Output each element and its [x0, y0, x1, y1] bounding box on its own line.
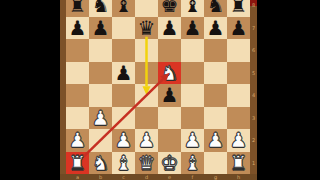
- white-queen-d1: ♛: [135, 152, 158, 175]
- board-border-right: 87654321: [250, 0, 257, 180]
- rank-label-7: 7: [250, 25, 257, 31]
- square-f2: ♟: [181, 129, 204, 152]
- square-d5: [135, 62, 158, 85]
- black-pawn-e4: ♟: [158, 84, 181, 107]
- square-b3: ♟: [89, 107, 112, 130]
- file-label-d: d: [135, 174, 158, 180]
- square-c3: [112, 107, 135, 130]
- square-e3: [158, 107, 181, 130]
- white-pawn-g2: ♟: [204, 129, 227, 152]
- square-e6: [158, 39, 181, 62]
- black-pawn-a7: ♟: [66, 17, 89, 40]
- white-bishop-f1: ♝: [181, 152, 204, 175]
- white-pawn-h2: ♟: [227, 129, 250, 152]
- black-pawn-c5: ♟: [112, 62, 135, 85]
- square-f5: [181, 62, 204, 85]
- square-b1: ♞: [89, 152, 112, 175]
- file-label-c: c: [112, 174, 135, 180]
- square-c1: ♝: [112, 152, 135, 175]
- square-f4: [181, 84, 204, 107]
- file-label-h: h: [227, 174, 250, 180]
- square-d8: [135, 0, 158, 17]
- square-f6: [181, 39, 204, 62]
- square-e2: [158, 129, 181, 152]
- white-pawn-f2: ♟: [181, 129, 204, 152]
- board-border-bottom: abcdefgh: [60, 174, 257, 180]
- black-knight-b8: ♞: [89, 0, 112, 17]
- file-label-b: b: [89, 174, 112, 180]
- square-g6: [204, 39, 227, 62]
- black-pawn-h7: ♟: [227, 17, 250, 40]
- square-d6: [135, 39, 158, 62]
- square-f8: ♝: [181, 0, 204, 17]
- rank-label-8: 8: [250, 2, 257, 8]
- white-rook-h1: ♜: [227, 152, 250, 175]
- square-a8: ♜: [66, 0, 89, 17]
- square-e4: ♟: [158, 84, 181, 107]
- black-queen-d7: ♛: [135, 17, 158, 40]
- square-a5: [66, 62, 89, 85]
- square-f3: [181, 107, 204, 130]
- white-knight-b1: ♞: [89, 152, 112, 175]
- rank-label-2: 2: [250, 137, 257, 143]
- square-a1: ♜: [66, 152, 89, 175]
- square-g8: ♞: [204, 0, 227, 17]
- square-b2: [89, 129, 112, 152]
- square-h7: ♟: [227, 17, 250, 40]
- square-a7: ♟: [66, 17, 89, 40]
- square-e7: ♟: [158, 17, 181, 40]
- square-h6: [227, 39, 250, 62]
- black-pawn-g7: ♟: [204, 17, 227, 40]
- square-c6: [112, 39, 135, 62]
- square-b7: ♟: [89, 17, 112, 40]
- square-d2: ♟: [135, 129, 158, 152]
- square-g4: [204, 84, 227, 107]
- square-b6: [89, 39, 112, 62]
- square-d4: [135, 84, 158, 107]
- black-rook-h8: ♜: [227, 0, 250, 17]
- square-h5: [227, 62, 250, 85]
- file-label-g: g: [204, 174, 227, 180]
- rank-label-3: 3: [250, 115, 257, 121]
- square-c5: ♟: [112, 62, 135, 85]
- rank-label-4: 4: [250, 92, 257, 98]
- rank-label-6: 6: [250, 47, 257, 53]
- white-king-e1: ♚: [158, 152, 181, 175]
- square-g2: ♟: [204, 129, 227, 152]
- square-h3: [227, 107, 250, 130]
- file-label-a: a: [66, 174, 89, 180]
- square-a2: ♟: [66, 129, 89, 152]
- square-a4: [66, 84, 89, 107]
- square-h1: ♜: [227, 152, 250, 175]
- white-rook-a1: ♜: [66, 152, 89, 175]
- square-b8: ♞: [89, 0, 112, 17]
- square-c8: ♝: [112, 0, 135, 17]
- square-d1: ♛: [135, 152, 158, 175]
- square-b5: [89, 62, 112, 85]
- square-d7: ♛: [135, 17, 158, 40]
- square-b4: [89, 84, 112, 107]
- square-h2: ♟: [227, 129, 250, 152]
- black-pawn-b7: ♟: [89, 17, 112, 40]
- black-king-e8: ♚: [158, 0, 181, 17]
- black-knight-g8: ♞: [204, 0, 227, 17]
- square-a6: [66, 39, 89, 62]
- rank-label-1: 1: [250, 160, 257, 166]
- white-knight-e5: ♞: [158, 62, 181, 85]
- white-pawn-d2: ♟: [135, 129, 158, 152]
- white-pawn-c2: ♟: [112, 129, 135, 152]
- square-a3: [66, 107, 89, 130]
- square-d3: [135, 107, 158, 130]
- chess-thumbnail-stage: ♜♞♝♚♝♞♜♟♟♛♟♟♟♟♟♞♟♟♟♟♟♟♟♟♜♞♝♛♚♝♜ 87654321…: [0, 0, 320, 180]
- square-h4: [227, 84, 250, 107]
- square-e5: ♞: [158, 62, 181, 85]
- square-f7: ♟: [181, 17, 204, 40]
- black-bishop-f8: ♝: [181, 0, 204, 17]
- white-pawn-a2: ♟: [66, 129, 89, 152]
- file-label-f: f: [181, 174, 204, 180]
- rank-label-5: 5: [250, 70, 257, 76]
- black-pawn-f7: ♟: [181, 17, 204, 40]
- square-c7: [112, 17, 135, 40]
- chess-board: ♜♞♝♚♝♞♜♟♟♛♟♟♟♟♟♞♟♟♟♟♟♟♟♟♜♞♝♛♚♝♜: [66, 0, 250, 174]
- black-bishop-c8: ♝: [112, 0, 135, 17]
- square-f1: ♝: [181, 152, 204, 175]
- square-e1: ♚: [158, 152, 181, 175]
- square-g7: ♟: [204, 17, 227, 40]
- square-h8: ♜: [227, 0, 250, 17]
- square-g1: [204, 152, 227, 175]
- white-pawn-b3: ♟: [89, 107, 112, 130]
- square-g5: [204, 62, 227, 85]
- square-e8: ♚: [158, 0, 181, 17]
- black-pawn-e7: ♟: [158, 17, 181, 40]
- square-c2: ♟: [112, 129, 135, 152]
- black-rook-a8: ♜: [66, 0, 89, 17]
- square-c4: [112, 84, 135, 107]
- file-label-e: e: [158, 174, 181, 180]
- white-bishop-c1: ♝: [112, 152, 135, 175]
- square-g3: [204, 107, 227, 130]
